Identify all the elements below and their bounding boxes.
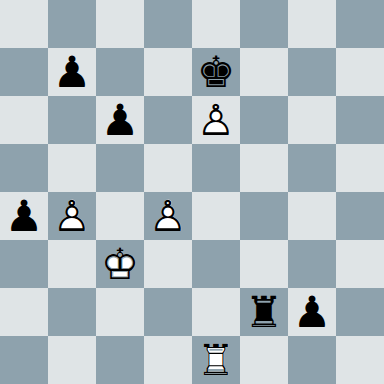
white-rook-piece[interactable]: ♖ [192,336,240,384]
square-e2[interactable] [192,288,240,336]
square-f4[interactable] [240,192,288,240]
square-b3[interactable] [48,240,96,288]
square-c4[interactable] [96,192,144,240]
square-g5[interactable] [288,144,336,192]
square-a7[interactable] [0,48,48,96]
white-pawn-fill: ♟ [192,96,240,144]
square-a3[interactable] [0,240,48,288]
square-c5[interactable] [96,144,144,192]
square-g8[interactable] [288,0,336,48]
black-pawn-piece[interactable]: ♟ [96,96,144,144]
square-g1[interactable] [288,336,336,384]
black-pawn-piece[interactable]: ♟ [288,288,336,336]
square-a1[interactable] [0,336,48,384]
square-h5[interactable] [336,144,384,192]
square-b6[interactable] [48,96,96,144]
square-d2[interactable] [144,288,192,336]
square-a5[interactable] [0,144,48,192]
square-e8[interactable] [192,0,240,48]
white-pawn-fill: ♟ [48,192,96,240]
white-pawn-piece[interactable]: ♙ [48,192,96,240]
square-c1[interactable] [96,336,144,384]
chess-board: ♟♚♟♟♙♟♟♙♟♙♚♔♜♟♜♖ [0,0,384,384]
white-pawn-piece[interactable]: ♙ [192,96,240,144]
square-g2[interactable]: ♟ [288,288,336,336]
white-king-piece[interactable]: ♔ [96,240,144,288]
square-a6[interactable] [0,96,48,144]
square-b5[interactable] [48,144,96,192]
square-b1[interactable] [48,336,96,384]
square-d6[interactable] [144,96,192,144]
square-g6[interactable] [288,96,336,144]
square-g7[interactable] [288,48,336,96]
square-c3[interactable]: ♚♔ [96,240,144,288]
square-h3[interactable] [336,240,384,288]
square-d7[interactable] [144,48,192,96]
square-a4[interactable]: ♟ [0,192,48,240]
square-a8[interactable] [0,0,48,48]
square-e4[interactable] [192,192,240,240]
square-e7[interactable]: ♚ [192,48,240,96]
square-b4[interactable]: ♟♙ [48,192,96,240]
square-f3[interactable] [240,240,288,288]
square-e6[interactable]: ♟♙ [192,96,240,144]
square-h8[interactable] [336,0,384,48]
square-a2[interactable] [0,288,48,336]
square-h1[interactable] [336,336,384,384]
square-f7[interactable] [240,48,288,96]
square-e1[interactable]: ♜♖ [192,336,240,384]
white-pawn-piece[interactable]: ♙ [144,192,192,240]
square-b2[interactable] [48,288,96,336]
black-king-piece[interactable]: ♚ [192,48,240,96]
square-h7[interactable] [336,48,384,96]
square-f1[interactable] [240,336,288,384]
square-c7[interactable] [96,48,144,96]
square-d1[interactable] [144,336,192,384]
square-b7[interactable]: ♟ [48,48,96,96]
square-f6[interactable] [240,96,288,144]
square-c2[interactable] [96,288,144,336]
square-g3[interactable] [288,240,336,288]
white-rook-fill: ♜ [192,336,240,384]
square-f8[interactable] [240,0,288,48]
square-h2[interactable] [336,288,384,336]
white-pawn-fill: ♟ [144,192,192,240]
black-pawn-piece[interactable]: ♟ [48,48,96,96]
square-g4[interactable] [288,192,336,240]
square-h4[interactable] [336,192,384,240]
square-f2[interactable]: ♜ [240,288,288,336]
square-e3[interactable] [192,240,240,288]
square-c8[interactable] [96,0,144,48]
square-f5[interactable] [240,144,288,192]
black-pawn-piece[interactable]: ♟ [0,192,48,240]
square-h6[interactable] [336,96,384,144]
square-d5[interactable] [144,144,192,192]
square-b8[interactable] [48,0,96,48]
square-d8[interactable] [144,0,192,48]
black-rook-piece[interactable]: ♜ [240,288,288,336]
chess-board-container: ♟♚♟♟♙♟♟♙♟♙♚♔♜♟♜♖ [0,0,384,384]
square-d4[interactable]: ♟♙ [144,192,192,240]
white-king-fill: ♚ [96,240,144,288]
square-e5[interactable] [192,144,240,192]
square-d3[interactable] [144,240,192,288]
square-c6[interactable]: ♟ [96,96,144,144]
